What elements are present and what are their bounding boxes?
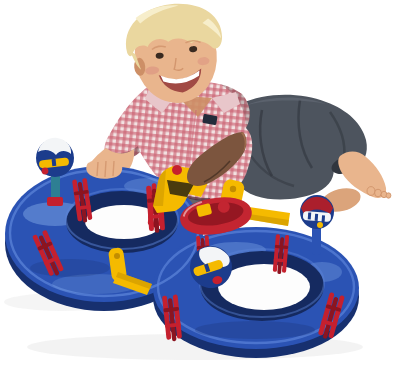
photo-canvas: smiling blond boy kneeling and leaning o… — [0, 0, 400, 373]
hand-left — [86, 159, 122, 179]
post-base — [47, 197, 63, 206]
water-shade — [30, 259, 110, 277]
toe — [367, 187, 375, 196]
figure-post — [312, 226, 321, 255]
crane-knob — [172, 165, 182, 175]
band-mark — [315, 214, 318, 221]
band-mark — [322, 215, 325, 222]
gate-hole — [230, 186, 236, 192]
open-centre-right — [218, 264, 310, 310]
band-mark — [308, 212, 311, 219]
gate-hole — [114, 253, 120, 259]
glasses-bridge — [52, 159, 57, 166]
toe — [386, 193, 391, 198]
product-photo: Product photo on a white background: a s… — [0, 0, 400, 373]
boy-hand-left — [86, 159, 122, 179]
water-shade — [195, 321, 315, 339]
figure-mouth — [42, 168, 49, 175]
toe — [375, 189, 382, 197]
figure-chin-dot — [317, 222, 323, 228]
